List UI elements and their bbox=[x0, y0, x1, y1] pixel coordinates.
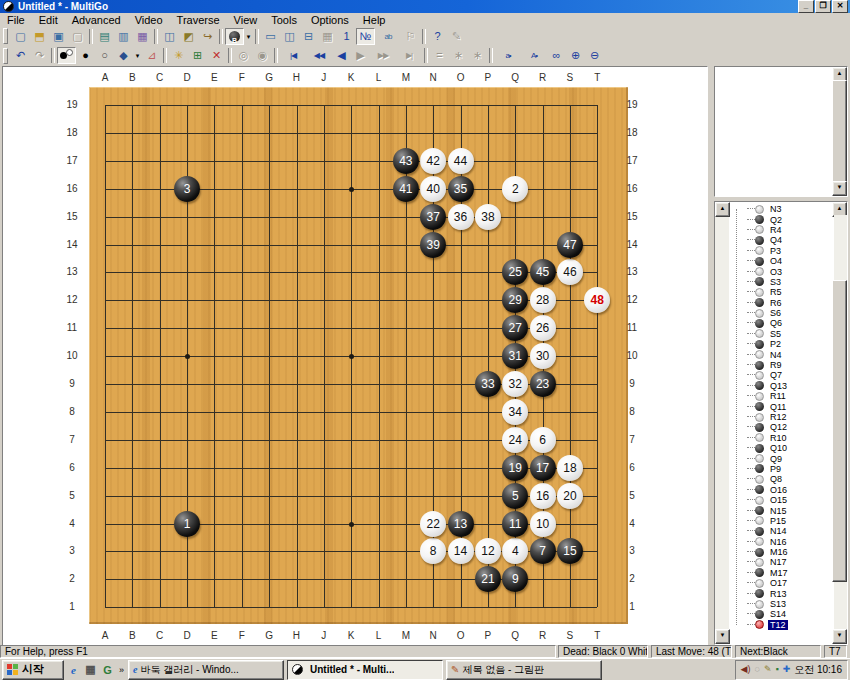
move-coordinate: R9 bbox=[768, 360, 784, 370]
row-label-left-13: 13 bbox=[61, 266, 83, 277]
move-list-item-S6[interactable]: S6 bbox=[729, 308, 833, 318]
save-button[interactable]: ▣ bbox=[49, 28, 68, 45]
move-list-item-N16[interactable]: N16 bbox=[729, 537, 833, 547]
move-list-item-Q9[interactable]: Q9 bbox=[729, 453, 833, 463]
move-list-item-R4[interactable]: R4 bbox=[729, 225, 833, 235]
quick-launch-overflow-icon[interactable]: » bbox=[117, 665, 126, 675]
column-label-top-M: M bbox=[395, 72, 417, 83]
tray-pen-icon[interactable]: ✎ bbox=[764, 665, 772, 674]
move-coordinate: M17 bbox=[768, 568, 790, 578]
column-label-bottom-O: O bbox=[450, 630, 472, 641]
column-label-top-N: N bbox=[422, 72, 444, 83]
white-stone-icon bbox=[755, 433, 764, 442]
column-label-top-L: L bbox=[368, 72, 390, 83]
tree-left-scroll-down-icon[interactable]: ▼ bbox=[715, 629, 730, 644]
move-coordinate: O16 bbox=[768, 485, 789, 495]
white-stone-icon bbox=[755, 329, 764, 338]
grid-line bbox=[379, 105, 380, 607]
row-label-right-18: 18 bbox=[621, 127, 643, 138]
tray-network-icon[interactable]: ▪ bbox=[775, 665, 778, 674]
column-label-top-O: O bbox=[450, 72, 472, 83]
move-coordinate: R5 bbox=[768, 287, 784, 297]
black-stone-icon bbox=[755, 277, 764, 286]
flip-board-button[interactable]: ◉ bbox=[253, 47, 272, 64]
row-label-left-1: 1 bbox=[61, 601, 83, 612]
toolbar-separator bbox=[255, 29, 259, 44]
stone-N17[interactable]: 42 bbox=[420, 148, 446, 174]
stone-O3[interactable]: 14 bbox=[448, 538, 474, 564]
stone-R7[interactable]: 6 bbox=[530, 427, 556, 453]
stone-R11[interactable]: 26 bbox=[530, 315, 556, 341]
move-coordinate: N15 bbox=[768, 506, 789, 516]
move-list-item-R9[interactable]: R9 bbox=[729, 360, 833, 370]
move-number: 32 bbox=[509, 377, 522, 391]
redo-button[interactable]: ↷ bbox=[30, 47, 49, 64]
alternate-stones-button[interactable] bbox=[57, 47, 76, 64]
move-coordinate: Q6 bbox=[768, 318, 784, 328]
comment-scroll-thumb[interactable] bbox=[832, 80, 847, 184]
find-next-button[interactable]: ⊕ bbox=[566, 47, 585, 64]
stone-S5[interactable]: 20 bbox=[557, 483, 583, 509]
move-list-item-Q11[interactable]: Q11 bbox=[729, 401, 833, 411]
row-label-right-12: 12 bbox=[621, 294, 643, 305]
move-number: 40 bbox=[427, 182, 440, 196]
black-stone-icon bbox=[755, 257, 764, 266]
stone-R5[interactable]: 16 bbox=[530, 483, 556, 509]
status-next-player: Next:Black bbox=[735, 645, 821, 658]
row-label-left-11: 11 bbox=[61, 322, 83, 333]
stone-P2[interactable]: 21 bbox=[475, 566, 501, 592]
move-list-item-N17[interactable]: N17 bbox=[729, 557, 833, 567]
toolbar-grip[interactable] bbox=[3, 48, 8, 64]
copy-button[interactable]: ◫ bbox=[160, 28, 179, 45]
menu-file[interactable]: File bbox=[0, 14, 32, 26]
toolbar-separator bbox=[219, 29, 223, 44]
stone-O4[interactable]: 13 bbox=[448, 511, 474, 537]
move-coordinate: O4 bbox=[768, 256, 784, 266]
start-button[interactable]: 시작 bbox=[2, 660, 64, 680]
stone-Q16[interactable]: 2 bbox=[502, 176, 528, 202]
move-list-item-Q7[interactable]: Q7 bbox=[729, 370, 833, 380]
menu-tools[interactable]: Tools bbox=[264, 14, 304, 26]
move-list-item-N4[interactable]: N4 bbox=[729, 349, 833, 359]
stone-P15[interactable]: 38 bbox=[475, 204, 501, 230]
row-label-left-3: 3 bbox=[61, 545, 83, 556]
white-stone-button[interactable]: ○ bbox=[95, 47, 114, 64]
move-list-item-S13[interactable]: S13 bbox=[729, 599, 833, 609]
move-list-item-P15[interactable]: P15 bbox=[729, 516, 833, 526]
black-stone-icon bbox=[755, 215, 764, 224]
move-number: 44 bbox=[454, 154, 467, 168]
move-coordinate: T12 bbox=[768, 620, 788, 630]
move-coordinate: N4 bbox=[768, 350, 784, 360]
move-list-item-O3[interactable]: O3 bbox=[729, 266, 833, 276]
row-label-left-9: 9 bbox=[61, 378, 83, 389]
move-number: 1 bbox=[184, 517, 191, 531]
move-number: 11 bbox=[509, 517, 521, 531]
stone-mode-dropdown[interactable]: ▾ bbox=[244, 28, 253, 45]
column-label-top-P: P bbox=[477, 72, 499, 83]
move-list-item-R12[interactable]: R12 bbox=[729, 412, 833, 422]
quick-launch-desktop-icon[interactable]: ▦ bbox=[83, 662, 98, 677]
stone-N14[interactable]: 39 bbox=[420, 232, 446, 258]
search-board-button[interactable]: ⊖ bbox=[585, 47, 604, 64]
move-list-item-T12[interactable]: T12 bbox=[729, 620, 833, 630]
eraser-button[interactable]: ⊿ bbox=[142, 47, 161, 64]
move-coordinate: S3 bbox=[768, 277, 783, 287]
column-label-bottom-A: A bbox=[94, 630, 116, 641]
white-stone-icon bbox=[755, 392, 764, 401]
stone-P9[interactable]: 33 bbox=[475, 371, 501, 397]
window-title: Untitled * - MultiGo bbox=[18, 1, 108, 12]
marks-button[interactable]: ⚐ bbox=[401, 28, 420, 45]
white-stone-icon bbox=[755, 496, 764, 505]
move-coordinate: P9 bbox=[768, 464, 783, 474]
row-label-right-13: 13 bbox=[621, 266, 643, 277]
menu-options[interactable]: Options bbox=[304, 14, 356, 26]
print-button[interactable]: ▤ bbox=[95, 28, 114, 45]
alternate-stones-icon bbox=[60, 49, 73, 62]
move-list-item-S14[interactable]: S14 bbox=[729, 609, 833, 619]
toolbar-separator bbox=[274, 48, 278, 63]
move-coordinate: R4 bbox=[768, 225, 784, 235]
menu-help[interactable]: Help bbox=[356, 14, 393, 26]
move-number: 19 bbox=[509, 461, 522, 475]
nav-forward-10-button[interactable]: ▶▶ bbox=[370, 47, 396, 64]
column-label-top-J: J bbox=[313, 72, 335, 83]
stone-O15[interactable]: 36 bbox=[448, 204, 474, 230]
tree-left-scroll-up-icon[interactable]: ▲ bbox=[715, 202, 730, 217]
restore-button[interactable]: ❐ bbox=[815, 0, 831, 13]
move-list-item-Q8[interactable]: Q8 bbox=[729, 474, 833, 484]
move-number: 38 bbox=[481, 210, 494, 224]
stone-Q7[interactable]: 24 bbox=[502, 427, 528, 453]
stone-R10[interactable]: 30 bbox=[530, 343, 556, 369]
layout-split-horizontal-button[interactable]: ⊟ bbox=[299, 28, 318, 45]
stone-size-up-button[interactable]: A• bbox=[521, 47, 547, 64]
toolbar-separator bbox=[489, 48, 493, 63]
move-list-item-O15[interactable]: O15 bbox=[729, 495, 833, 505]
move-number: 34 bbox=[509, 405, 522, 419]
move-number: 4 bbox=[512, 544, 519, 558]
go-board-view[interactable]: AABBCCDDEEFFGGHHJJKKLLMMNNOOPPQQRRSSTT19… bbox=[2, 66, 708, 647]
windows-logo-icon bbox=[7, 664, 19, 675]
nav-back-10-button[interactable]: ◀◀ bbox=[306, 47, 332, 64]
annotation-dropdown[interactable]: ▾ bbox=[133, 47, 142, 64]
column-label-bottom-E: E bbox=[203, 630, 225, 641]
row-label-right-15: 15 bbox=[621, 211, 643, 222]
black-stone-icon bbox=[755, 381, 764, 390]
stone-Q8[interactable]: 34 bbox=[502, 399, 528, 425]
column-label-top-S: S bbox=[559, 72, 581, 83]
move-number: 41 bbox=[399, 182, 412, 196]
toolbar-separator bbox=[228, 48, 232, 63]
column-label-top-G: G bbox=[258, 72, 280, 83]
move-list-item-P2[interactable]: P2 bbox=[729, 339, 833, 349]
move-list-item-O17[interactable]: O17 bbox=[729, 578, 833, 588]
nav-back-button[interactable]: ◀ bbox=[332, 47, 351, 64]
menu-video[interactable]: Video bbox=[128, 14, 170, 26]
move-number: 48 bbox=[591, 293, 604, 307]
move-number: 43 bbox=[399, 154, 412, 168]
move-list-item-P9[interactable]: P9 bbox=[729, 464, 833, 474]
prev-variation-button[interactable]: ∗ bbox=[449, 47, 468, 64]
import-button[interactable]: ↪ bbox=[198, 28, 217, 45]
move-list-item-O16[interactable]: O16 bbox=[729, 485, 833, 495]
move-number: 42 bbox=[427, 154, 440, 168]
layout-board-only-button[interactable]: ▭ bbox=[261, 28, 280, 45]
undo-button[interactable]: ↶ bbox=[11, 47, 30, 64]
move-list-item-N14[interactable]: N14 bbox=[729, 526, 833, 536]
move-list-item-Q12[interactable]: Q12 bbox=[729, 422, 833, 432]
setup-position-button[interactable]: ⊞ bbox=[188, 47, 207, 64]
equalize-button[interactable]: = bbox=[430, 47, 449, 64]
white-stone-icon bbox=[755, 516, 764, 525]
task-label: 바둑 갤러리 - Windo... bbox=[140, 663, 238, 677]
stone-M16[interactable]: 41 bbox=[393, 176, 419, 202]
move-number: 24 bbox=[509, 433, 522, 447]
black-stone-icon bbox=[755, 610, 764, 619]
show-move-number-button[interactable]: 1 bbox=[337, 28, 356, 45]
column-label-top-E: E bbox=[203, 72, 225, 83]
context-help-button[interactable]: ? bbox=[428, 28, 447, 45]
move-coordinate: S6 bbox=[768, 308, 783, 318]
move-number: 45 bbox=[536, 265, 549, 279]
taskbar-task-paint[interactable]: ✎제목 없음 - 그림판 bbox=[446, 660, 602, 680]
stone-O17[interactable]: 44 bbox=[448, 148, 474, 174]
export-image-button[interactable]: ▦ bbox=[133, 28, 152, 45]
column-label-top-R: R bbox=[532, 72, 554, 83]
move-list-item-M17[interactable]: M17 bbox=[729, 568, 833, 578]
nav-first-button[interactable]: |◀ bbox=[280, 47, 306, 64]
move-coordinate: R6 bbox=[768, 298, 784, 308]
clock: 오전 10:16 bbox=[794, 663, 842, 677]
move-list-item-Q4[interactable]: Q4 bbox=[729, 235, 833, 245]
column-label-top-D: D bbox=[176, 72, 198, 83]
row-label-right-14: 14 bbox=[621, 239, 643, 250]
delete-move-button[interactable]: ✕ bbox=[207, 47, 226, 64]
black-stone-icon bbox=[755, 319, 764, 328]
menu-traverse[interactable]: Traverse bbox=[170, 14, 227, 26]
move-list-item-R6[interactable]: R6 bbox=[729, 298, 833, 308]
pass-button[interactable]: ✳ bbox=[169, 47, 188, 64]
column-label-bottom-D: D bbox=[176, 630, 198, 641]
move-number: 16 bbox=[536, 489, 549, 503]
multigo-icon bbox=[292, 664, 303, 675]
white-stone-icon bbox=[755, 225, 764, 234]
stone-S14[interactable]: 47 bbox=[557, 232, 583, 258]
toolbar-grip[interactable] bbox=[3, 28, 8, 44]
move-number: 30 bbox=[536, 349, 549, 363]
stone-S6[interactable]: 18 bbox=[557, 455, 583, 481]
taskbar-task-multigo[interactable]: Untitled * - Multi... bbox=[287, 660, 443, 680]
move-list-item-S3[interactable]: S3 bbox=[729, 277, 833, 287]
move-list-item-Q13[interactable]: Q13 bbox=[729, 381, 833, 391]
edit-comment-button[interactable]: ✎ bbox=[447, 28, 466, 45]
stone-R6[interactable]: 17 bbox=[530, 455, 556, 481]
white-stone-icon bbox=[755, 558, 764, 567]
save-all-button[interactable]: ▢ bbox=[68, 28, 87, 45]
move-list-item-M16[interactable]: M16 bbox=[729, 547, 833, 557]
move-number: 36 bbox=[454, 210, 467, 224]
tree-scroll-down-icon[interactable]: ▼ bbox=[832, 629, 847, 644]
nav-last-button[interactable]: ▶| bbox=[396, 47, 422, 64]
black-stone-icon bbox=[755, 402, 764, 411]
move-coordinate: P2 bbox=[768, 339, 783, 349]
comment-scroll-down-icon[interactable]: ▼ bbox=[832, 181, 847, 196]
row-label-right-16: 16 bbox=[621, 183, 643, 194]
row-label-right-6: 6 bbox=[621, 462, 643, 473]
move-number: 20 bbox=[563, 489, 576, 503]
stone-Q5[interactable]: 5 bbox=[502, 483, 528, 509]
next-variation-button[interactable]: ∗ bbox=[468, 47, 487, 64]
task-buttons: e바둑 갤러리 - Windo...Untitled * - Multi...✎… bbox=[128, 660, 602, 680]
move-list-item-R11[interactable]: R11 bbox=[729, 391, 833, 401]
print-preview-button[interactable]: ▥ bbox=[114, 28, 133, 45]
move-list-item-N15[interactable]: N15 bbox=[729, 505, 833, 515]
move-number: 5 bbox=[512, 489, 519, 503]
column-label-bottom-H: H bbox=[285, 630, 307, 641]
row-label-right-11: 11 bbox=[621, 322, 643, 333]
column-label-bottom-J: J bbox=[313, 630, 335, 641]
column-label-bottom-M: M bbox=[395, 630, 417, 641]
move-coordinate: R11 bbox=[768, 391, 788, 401]
move-number: 13 bbox=[454, 517, 467, 531]
move-number: 9 bbox=[512, 572, 519, 586]
grid-line bbox=[570, 105, 571, 607]
quick-launch-g-icon[interactable]: G bbox=[100, 662, 115, 677]
column-label-bottom-S: S bbox=[559, 630, 581, 641]
stone-mode-button[interactable]: B bbox=[225, 28, 244, 45]
move-list: N3Q2R4Q4P3O4O3S3R5R6S6Q6S5P2N4R9Q7Q13R11… bbox=[729, 204, 833, 642]
minimize-button[interactable]: _ bbox=[798, 0, 814, 13]
new-button[interactable]: ▢ bbox=[11, 28, 30, 45]
stone-M17[interactable]: 43 bbox=[393, 148, 419, 174]
column-label-bottom-N: N bbox=[422, 630, 444, 641]
column-label-bottom-K: K bbox=[340, 630, 362, 641]
column-label-top-H: H bbox=[285, 72, 307, 83]
tray-status-icon[interactable]: ◌ bbox=[755, 665, 760, 674]
stone-O16[interactable]: 35 bbox=[448, 176, 474, 202]
move-list-item-N3[interactable]: N3 bbox=[729, 204, 833, 214]
menu-view[interactable]: View bbox=[227, 14, 265, 26]
move-coordinate: Q10 bbox=[768, 443, 789, 453]
stone-D16[interactable]: 3 bbox=[174, 176, 200, 202]
stone-R4[interactable]: 10 bbox=[530, 511, 556, 537]
layout-split-vertical-button[interactable]: ◫ bbox=[280, 28, 299, 45]
nav-forward-button[interactable]: ▶ bbox=[351, 47, 370, 64]
open-button[interactable]: ⬒ bbox=[30, 28, 49, 45]
white-stone-icon bbox=[755, 537, 764, 546]
comment-panel[interactable]: ▲ ▼ bbox=[714, 66, 848, 197]
move-coordinate: O17 bbox=[768, 578, 789, 588]
black-stone-button[interactable]: ● bbox=[76, 47, 95, 64]
stone-R9[interactable]: 23 bbox=[530, 371, 556, 397]
move-list-item-Q2[interactable]: Q2 bbox=[729, 214, 833, 224]
close-button[interactable]: ✕ bbox=[832, 0, 848, 13]
white-stone-icon bbox=[755, 600, 764, 609]
tree-scroll-thumb[interactable] bbox=[832, 280, 847, 582]
row-label-left-2: 2 bbox=[61, 573, 83, 584]
row-label-left-5: 5 bbox=[61, 490, 83, 501]
stone-N15[interactable]: 37 bbox=[420, 204, 446, 230]
toolbar-separator bbox=[163, 48, 167, 63]
stone-N16[interactable]: 40 bbox=[420, 176, 446, 202]
stone-R3[interactable]: 7 bbox=[530, 538, 556, 564]
stone-R12[interactable]: 28 bbox=[530, 287, 556, 313]
rotate-board-button[interactable]: ◎ bbox=[234, 47, 253, 64]
tray-update-icon[interactable]: ✚ bbox=[783, 665, 791, 674]
column-label-bottom-C: C bbox=[149, 630, 171, 641]
find-position-button[interactable]: ∞ bbox=[547, 47, 566, 64]
move-coordinate: Q7 bbox=[768, 370, 784, 380]
move-number: 27 bbox=[509, 321, 522, 335]
move-list-item-R13[interactable]: R13 bbox=[729, 588, 833, 598]
title-bar: Untitled * - MultiGo _ ❐ ✕ bbox=[0, 0, 850, 13]
copy-special-button[interactable]: ◩ bbox=[179, 28, 198, 45]
number-all-moves-button[interactable]: № bbox=[356, 28, 375, 45]
taskbar: 시작 e ▦ G » e바둑 갤러리 - Windo...Untitled * … bbox=[0, 658, 850, 680]
letter-labels-button[interactable]: ab bbox=[375, 28, 401, 45]
multigo-app-icon bbox=[3, 1, 14, 12]
paint-icon: ✎ bbox=[451, 664, 459, 675]
row-label-right-1: 1 bbox=[621, 601, 643, 612]
move-list-item-Q6[interactable]: Q6 bbox=[729, 318, 833, 328]
row-label-right-8: 8 bbox=[621, 406, 643, 417]
stone-Q4[interactable]: 11 bbox=[502, 511, 528, 537]
move-list-item-O4[interactable]: O4 bbox=[729, 256, 833, 266]
move-coordinate: Q2 bbox=[768, 215, 784, 225]
move-coordinate: M16 bbox=[768, 547, 790, 557]
move-coordinate: Q11 bbox=[768, 402, 788, 412]
row-label-right-17: 17 bbox=[621, 155, 643, 166]
row-label-right-10: 10 bbox=[621, 350, 643, 361]
menu-advanced[interactable]: Advanced bbox=[65, 14, 128, 26]
stone-R13[interactable]: 45 bbox=[530, 259, 556, 285]
column-label-top-F: F bbox=[231, 72, 253, 83]
black-stone-icon bbox=[755, 444, 764, 453]
move-list-item-S5[interactable]: S5 bbox=[729, 329, 833, 339]
move-tree-panel[interactable]: ▲ ▼ ▲ ▼ N3Q2R4Q4P3O4O3S3R5R6S6Q6S5P2N4R9… bbox=[714, 201, 848, 645]
move-list-item-R10[interactable]: R10 bbox=[729, 433, 833, 443]
quick-launch-ie-icon[interactable]: e bbox=[66, 662, 81, 677]
tree-left-scrollbar[interactable] bbox=[715, 215, 729, 631]
stone-D4[interactable]: 1 bbox=[174, 511, 200, 537]
stone-Q6[interactable]: 19 bbox=[502, 455, 528, 481]
taskbar-task-ie[interactable]: e바둑 갤러리 - Windo... bbox=[128, 660, 284, 680]
black-stone-icon bbox=[755, 423, 764, 432]
move-list-item-P3[interactable]: P3 bbox=[729, 246, 833, 256]
move-number: 18 bbox=[563, 461, 576, 475]
task-label: 제목 없음 - 그림판 bbox=[462, 663, 544, 677]
annotation-tool-button[interactable]: ◆ bbox=[114, 47, 133, 64]
move-list-item-R5[interactable]: R5 bbox=[729, 287, 833, 297]
volume-icon[interactable]: ◀) bbox=[741, 665, 751, 674]
move-coordinate: O15 bbox=[768, 495, 789, 505]
move-coordinate: S13 bbox=[768, 599, 788, 609]
stone-N4[interactable]: 22 bbox=[420, 511, 446, 537]
move-number: 14 bbox=[454, 544, 467, 558]
column-label-bottom-F: F bbox=[231, 630, 253, 641]
move-list-item-Q10[interactable]: Q10 bbox=[729, 443, 833, 453]
menu-edit[interactable]: Edit bbox=[32, 14, 65, 26]
black-stone-icon bbox=[755, 361, 764, 370]
black-stone-icon bbox=[755, 568, 764, 577]
stone-size-down-button[interactable]: a• bbox=[495, 47, 521, 64]
layout-quad-button[interactable]: ▦ bbox=[318, 28, 337, 45]
row-label-right-19: 19 bbox=[621, 99, 643, 110]
grid-line bbox=[105, 607, 597, 608]
